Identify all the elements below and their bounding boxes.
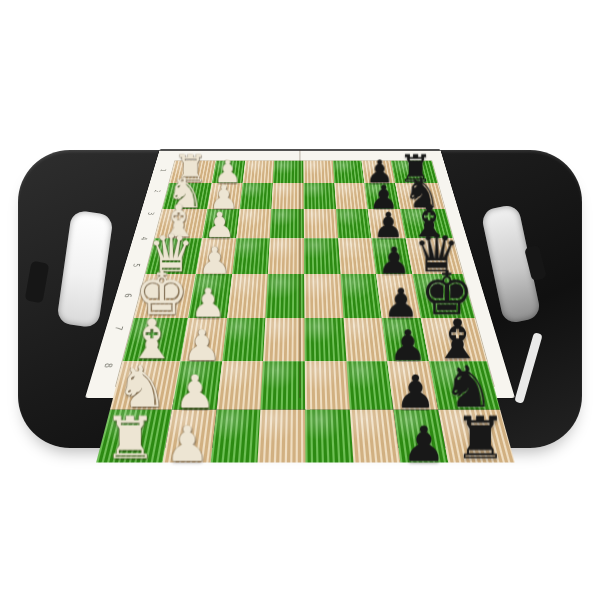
white-rook-piece[interactable]: ♜ [104,410,156,469]
board-square[interactable] [349,410,400,463]
board-square[interactable] [333,161,365,183]
board-square[interactable] [258,410,306,463]
chess-board: ♜♟♟♜♞♟♟♞♝♟♟♝♛♟♟♛♚♟♟♚♝♟♟♝♞♟♟♞♜♟♟♜ 1234567… [85,150,515,398]
rank-label: 3 [146,210,156,218]
board-square[interactable] [304,238,340,274]
white-pawn-piece[interactable]: ♟ [174,370,215,416]
board-square[interactable] [334,183,368,209]
board-square[interactable] [336,209,372,238]
board-square[interactable]: ♟ [388,361,439,410]
board-square[interactable]: ♟ [382,318,429,361]
board-square[interactable] [304,274,343,318]
board-square[interactable] [340,274,382,318]
rank-label: 7 [112,323,125,335]
board-square[interactable] [242,161,274,183]
rank-label: 6 [122,290,134,300]
board-square[interactable]: ♟ [394,410,448,463]
board-square[interactable]: ♜ [438,410,515,463]
board-square[interactable]: ♟ [202,209,239,238]
board-square[interactable]: ♟ [372,238,413,274]
board-square[interactable] [343,318,387,361]
board-square[interactable] [303,161,334,183]
board-square[interactable] [303,183,335,209]
board-square[interactable]: ♟ [172,361,222,410]
board-square[interactable] [304,209,338,238]
board-square[interactable]: ♞ [429,361,500,410]
white-pawn-piece[interactable]: ♟ [165,419,209,468]
board-square[interactable] [222,318,266,361]
board-square[interactable] [236,209,271,238]
rank-label: 2 [152,187,162,194]
board-square[interactable]: ♟ [196,238,236,274]
board-square[interactable]: ♟ [368,209,406,238]
board-square[interactable] [346,361,394,410]
board-square[interactable] [216,361,263,410]
black-rook-piece[interactable]: ♜ [454,410,506,469]
board-square[interactable] [232,238,270,274]
white-pawn-piece[interactable]: ♟ [183,324,221,367]
board-square[interactable] [305,361,350,410]
board-square[interactable] [227,274,268,318]
black-pawn-piece[interactable]: ♟ [389,324,427,367]
board-square[interactable] [239,183,273,209]
black-pawn-piece[interactable]: ♟ [395,370,436,416]
board-square[interactable] [304,318,346,361]
board-square[interactable]: ♟ [180,318,226,361]
board-square[interactable]: ♟ [163,410,217,463]
board-square[interactable] [305,410,353,463]
rank-label: 8 [101,359,115,372]
board-grid: ♜♟♟♜♞♟♟♞♝♟♟♝♛♟♟♛♚♟♟♚♝♟♟♝♞♟♟♞♜♟♟♜ [116,161,493,386]
board-square[interactable] [338,238,377,274]
board-square[interactable]: ♟ [188,274,232,318]
board-square[interactable]: ♜ [96,410,172,463]
board-square[interactable]: ♟ [376,274,420,318]
board-square[interactable]: ♞ [110,361,181,410]
black-pawn-piece[interactable]: ♟ [402,419,446,468]
board-square[interactable] [210,410,260,463]
product-photo: ♜♟♟♜♞♟♟♞♝♟♟♝♛♟♟♛♚♟♟♚♝♟♟♝♞♟♟♞♜♟♟♜ 1234567… [0,0,600,600]
